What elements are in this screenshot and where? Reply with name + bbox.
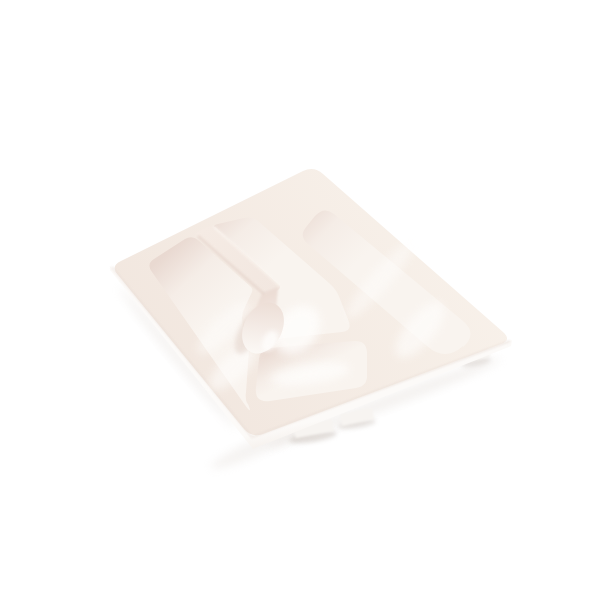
cutlery-tray-photo	[0, 0, 610, 610]
product-photo	[0, 0, 610, 610]
